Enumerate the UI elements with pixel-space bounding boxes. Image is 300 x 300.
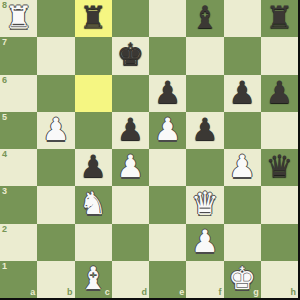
square-h8[interactable]: ♜ (261, 0, 298, 37)
square-f4[interactable] (186, 149, 223, 186)
square-a3[interactable]: 3 (0, 186, 37, 223)
square-c5[interactable] (75, 112, 112, 149)
square-a7[interactable]: 7 (0, 37, 37, 74)
square-a6[interactable]: 6 (0, 75, 37, 112)
square-b3[interactable] (37, 186, 74, 223)
square-c4[interactable]: ♟ (75, 149, 112, 186)
square-c7[interactable] (75, 37, 112, 74)
square-e6[interactable]: ♟ (149, 75, 186, 112)
file-label-f: f (219, 288, 222, 297)
square-g7[interactable] (224, 37, 261, 74)
piece-black-bishop[interactable]: ♝ (191, 2, 219, 33)
square-a2[interactable]: 2 (0, 224, 37, 261)
square-d8[interactable] (112, 0, 149, 37)
square-b8[interactable] (37, 0, 74, 37)
square-d1[interactable]: d (112, 261, 149, 298)
file-label-b: b (67, 288, 73, 297)
square-g2[interactable] (224, 224, 261, 261)
square-e4[interactable] (149, 149, 186, 186)
square-h1[interactable]: h (261, 261, 298, 298)
file-label-e: e (179, 288, 184, 297)
square-e3[interactable] (149, 186, 186, 223)
square-b6[interactable] (37, 75, 74, 112)
rank-label-2: 2 (2, 225, 7, 234)
piece-black-pawn[interactable]: ♟ (79, 151, 107, 182)
piece-black-pawn[interactable]: ♟ (265, 77, 293, 108)
piece-white-pawn[interactable]: ♟ (228, 151, 256, 182)
piece-black-pawn[interactable]: ♟ (228, 77, 256, 108)
square-b5[interactable]: ♟ (37, 112, 74, 149)
piece-black-rook[interactable]: ♜ (79, 2, 107, 33)
piece-white-bishop[interactable]: ♝ (79, 263, 107, 294)
file-label-h: h (291, 288, 297, 297)
square-c8[interactable]: ♜ (75, 0, 112, 37)
piece-white-king[interactable]: ♚ (228, 263, 256, 294)
square-d4[interactable]: ♟ (112, 149, 149, 186)
square-a5[interactable]: 5 (0, 112, 37, 149)
square-g8[interactable] (224, 0, 261, 37)
square-g3[interactable] (224, 186, 261, 223)
square-d5[interactable]: ♟ (112, 112, 149, 149)
square-f6[interactable] (186, 75, 223, 112)
piece-white-pawn[interactable]: ♟ (154, 114, 182, 145)
rank-label-1: 1 (2, 262, 7, 271)
square-d7[interactable]: ♚ (112, 37, 149, 74)
square-e8[interactable] (149, 0, 186, 37)
square-e5[interactable]: ♟ (149, 112, 186, 149)
square-b4[interactable] (37, 149, 74, 186)
square-h6[interactable]: ♟ (261, 75, 298, 112)
piece-white-queen[interactable]: ♛ (191, 188, 219, 219)
piece-white-pawn[interactable]: ♟ (191, 226, 219, 257)
square-d2[interactable] (112, 224, 149, 261)
square-a1[interactable]: 1a (0, 261, 37, 298)
piece-black-pawn[interactable]: ♟ (116, 114, 144, 145)
square-c1[interactable]: c♝ (75, 261, 112, 298)
square-h2[interactable] (261, 224, 298, 261)
piece-black-pawn[interactable]: ♟ (154, 77, 182, 108)
square-c2[interactable] (75, 224, 112, 261)
square-c6[interactable] (75, 75, 112, 112)
square-b1[interactable]: b (37, 261, 74, 298)
square-b7[interactable] (37, 37, 74, 74)
square-g4[interactable]: ♟ (224, 149, 261, 186)
square-d6[interactable] (112, 75, 149, 112)
piece-white-pawn[interactable]: ♟ (42, 114, 70, 145)
square-h5[interactable] (261, 112, 298, 149)
file-label-d: d (142, 288, 148, 297)
piece-white-pawn[interactable]: ♟ (116, 151, 144, 182)
square-f8[interactable]: ♝ (186, 0, 223, 37)
piece-black-queen[interactable]: ♛ (265, 151, 293, 182)
square-h7[interactable] (261, 37, 298, 74)
square-g5[interactable] (224, 112, 261, 149)
piece-black-rook[interactable]: ♜ (265, 2, 293, 33)
rank-label-3: 3 (2, 187, 7, 196)
piece-black-pawn[interactable]: ♟ (191, 114, 219, 145)
square-f3[interactable]: ♛ (186, 186, 223, 223)
square-f1[interactable]: f (186, 261, 223, 298)
square-e7[interactable] (149, 37, 186, 74)
square-c3[interactable]: ♞ (75, 186, 112, 223)
file-label-a: a (30, 288, 35, 297)
square-f2[interactable]: ♟ (186, 224, 223, 261)
square-a4[interactable]: 4 (0, 149, 37, 186)
square-e2[interactable] (149, 224, 186, 261)
rank-label-6: 6 (2, 76, 7, 85)
square-h3[interactable] (261, 186, 298, 223)
square-a8[interactable]: 8♜ (0, 0, 37, 37)
square-g1[interactable]: g♚ (224, 261, 261, 298)
square-f5[interactable]: ♟ (186, 112, 223, 149)
rank-label-5: 5 (2, 113, 7, 122)
square-b2[interactable] (37, 224, 74, 261)
rank-label-7: 7 (2, 38, 7, 47)
piece-white-rook[interactable]: ♜ (5, 2, 33, 33)
chess-board: 8♜♜♝♜7♚6♟♟♟5♟♟♟♟4♟♟♟♛3♞♛2♟1abc♝defg♚h (0, 0, 298, 298)
piece-white-knight[interactable]: ♞ (79, 188, 107, 219)
square-f7[interactable] (186, 37, 223, 74)
piece-black-king[interactable]: ♚ (116, 39, 144, 70)
square-e1[interactable]: e (149, 261, 186, 298)
square-g6[interactable]: ♟ (224, 75, 261, 112)
square-h4[interactable]: ♛ (261, 149, 298, 186)
rank-label-4: 4 (2, 150, 7, 159)
square-d3[interactable] (112, 186, 149, 223)
